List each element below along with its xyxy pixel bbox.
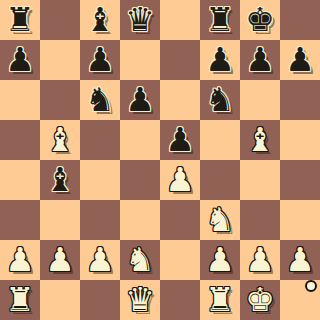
piece-white-pawn: ♟ <box>280 240 320 280</box>
piece-white-pawn: ♟ <box>80 240 120 280</box>
square-g6[interactable] <box>240 80 280 120</box>
piece-white-knight: ♞ <box>120 240 160 280</box>
piece-white-pawn: ♟ <box>0 240 40 280</box>
square-b4[interactable]: ♝ <box>40 160 80 200</box>
square-c7[interactable]: ♟ <box>80 40 120 80</box>
piece-white-rook: ♜ <box>200 280 240 320</box>
square-e1[interactable] <box>160 280 200 320</box>
square-g2[interactable]: ♟ <box>240 240 280 280</box>
square-b7[interactable] <box>40 40 80 80</box>
square-g8[interactable]: ♚ <box>240 0 280 40</box>
square-f7[interactable]: ♟ <box>200 40 240 80</box>
piece-black-knight: ♞ <box>200 80 240 120</box>
square-h6[interactable] <box>280 80 320 120</box>
piece-black-rook: ♜ <box>0 0 40 40</box>
piece-black-queen: ♛ <box>120 0 160 40</box>
piece-black-pawn: ♟ <box>80 40 120 80</box>
square-d1[interactable]: ♛ <box>120 280 160 320</box>
square-d2[interactable]: ♞ <box>120 240 160 280</box>
square-e6[interactable] <box>160 80 200 120</box>
square-a2[interactable]: ♟ <box>0 240 40 280</box>
piece-white-queen: ♛ <box>120 280 160 320</box>
square-b8[interactable] <box>40 0 80 40</box>
piece-white-knight: ♞ <box>200 200 240 240</box>
square-d7[interactable] <box>120 40 160 80</box>
square-e5[interactable]: ♟ <box>160 120 200 160</box>
square-c4[interactable] <box>80 160 120 200</box>
square-f2[interactable]: ♟ <box>200 240 240 280</box>
piece-white-pawn: ♟ <box>240 240 280 280</box>
square-e3[interactable] <box>160 200 200 240</box>
square-e4[interactable]: ♟ <box>160 160 200 200</box>
square-h4[interactable] <box>280 160 320 200</box>
square-d6[interactable]: ♟ <box>120 80 160 120</box>
square-a6[interactable] <box>0 80 40 120</box>
square-h2[interactable]: ♟ <box>280 240 320 280</box>
square-f4[interactable] <box>200 160 240 200</box>
square-c6[interactable]: ♞ <box>80 80 120 120</box>
piece-white-pawn: ♟ <box>200 240 240 280</box>
square-g4[interactable] <box>240 160 280 200</box>
chess-board: ♜♝♛♜♚♟♟♟♟♟♞♟♞♝♟♝♝♟♞♟♟♟♞♟♟♟♜♛♜♚ <box>0 0 320 320</box>
white-to-move-indicator <box>305 280 317 292</box>
square-a1[interactable]: ♜ <box>0 280 40 320</box>
square-d4[interactable] <box>120 160 160 200</box>
square-c2[interactable]: ♟ <box>80 240 120 280</box>
square-b6[interactable] <box>40 80 80 120</box>
square-c8[interactable]: ♝ <box>80 0 120 40</box>
piece-black-bishop: ♝ <box>80 0 120 40</box>
square-c5[interactable] <box>80 120 120 160</box>
piece-white-rook: ♜ <box>0 280 40 320</box>
piece-black-pawn: ♟ <box>0 40 40 80</box>
piece-black-knight: ♞ <box>80 80 120 120</box>
square-b2[interactable]: ♟ <box>40 240 80 280</box>
square-g5[interactable]: ♝ <box>240 120 280 160</box>
square-a5[interactable] <box>0 120 40 160</box>
piece-black-bishop: ♝ <box>40 160 80 200</box>
piece-black-rook: ♜ <box>200 0 240 40</box>
square-f8[interactable]: ♜ <box>200 0 240 40</box>
square-e2[interactable] <box>160 240 200 280</box>
square-b1[interactable] <box>40 280 80 320</box>
piece-white-pawn: ♟ <box>160 160 200 200</box>
piece-white-king: ♚ <box>240 280 280 320</box>
square-h7[interactable]: ♟ <box>280 40 320 80</box>
square-c1[interactable] <box>80 280 120 320</box>
square-f3[interactable]: ♞ <box>200 200 240 240</box>
square-f6[interactable]: ♞ <box>200 80 240 120</box>
square-a3[interactable] <box>0 200 40 240</box>
square-e8[interactable] <box>160 0 200 40</box>
square-g3[interactable] <box>240 200 280 240</box>
square-f1[interactable]: ♜ <box>200 280 240 320</box>
piece-black-pawn: ♟ <box>120 80 160 120</box>
square-h8[interactable] <box>280 0 320 40</box>
square-g1[interactable]: ♚ <box>240 280 280 320</box>
square-h5[interactable] <box>280 120 320 160</box>
square-e7[interactable] <box>160 40 200 80</box>
square-b5[interactable]: ♝ <box>40 120 80 160</box>
piece-black-pawn: ♟ <box>240 40 280 80</box>
piece-white-pawn: ♟ <box>40 240 80 280</box>
piece-white-bishop: ♝ <box>240 120 280 160</box>
square-a8[interactable]: ♜ <box>0 0 40 40</box>
square-a7[interactable]: ♟ <box>0 40 40 80</box>
piece-black-pawn: ♟ <box>200 40 240 80</box>
square-h3[interactable] <box>280 200 320 240</box>
piece-black-king: ♚ <box>240 0 280 40</box>
square-d3[interactable] <box>120 200 160 240</box>
square-c3[interactable] <box>80 200 120 240</box>
square-b3[interactable] <box>40 200 80 240</box>
piece-white-bishop: ♝ <box>40 120 80 160</box>
square-g7[interactable]: ♟ <box>240 40 280 80</box>
piece-black-pawn: ♟ <box>160 120 200 160</box>
piece-black-pawn: ♟ <box>280 40 320 80</box>
square-f5[interactable] <box>200 120 240 160</box>
square-d5[interactable] <box>120 120 160 160</box>
square-a4[interactable] <box>0 160 40 200</box>
square-d8[interactable]: ♛ <box>120 0 160 40</box>
